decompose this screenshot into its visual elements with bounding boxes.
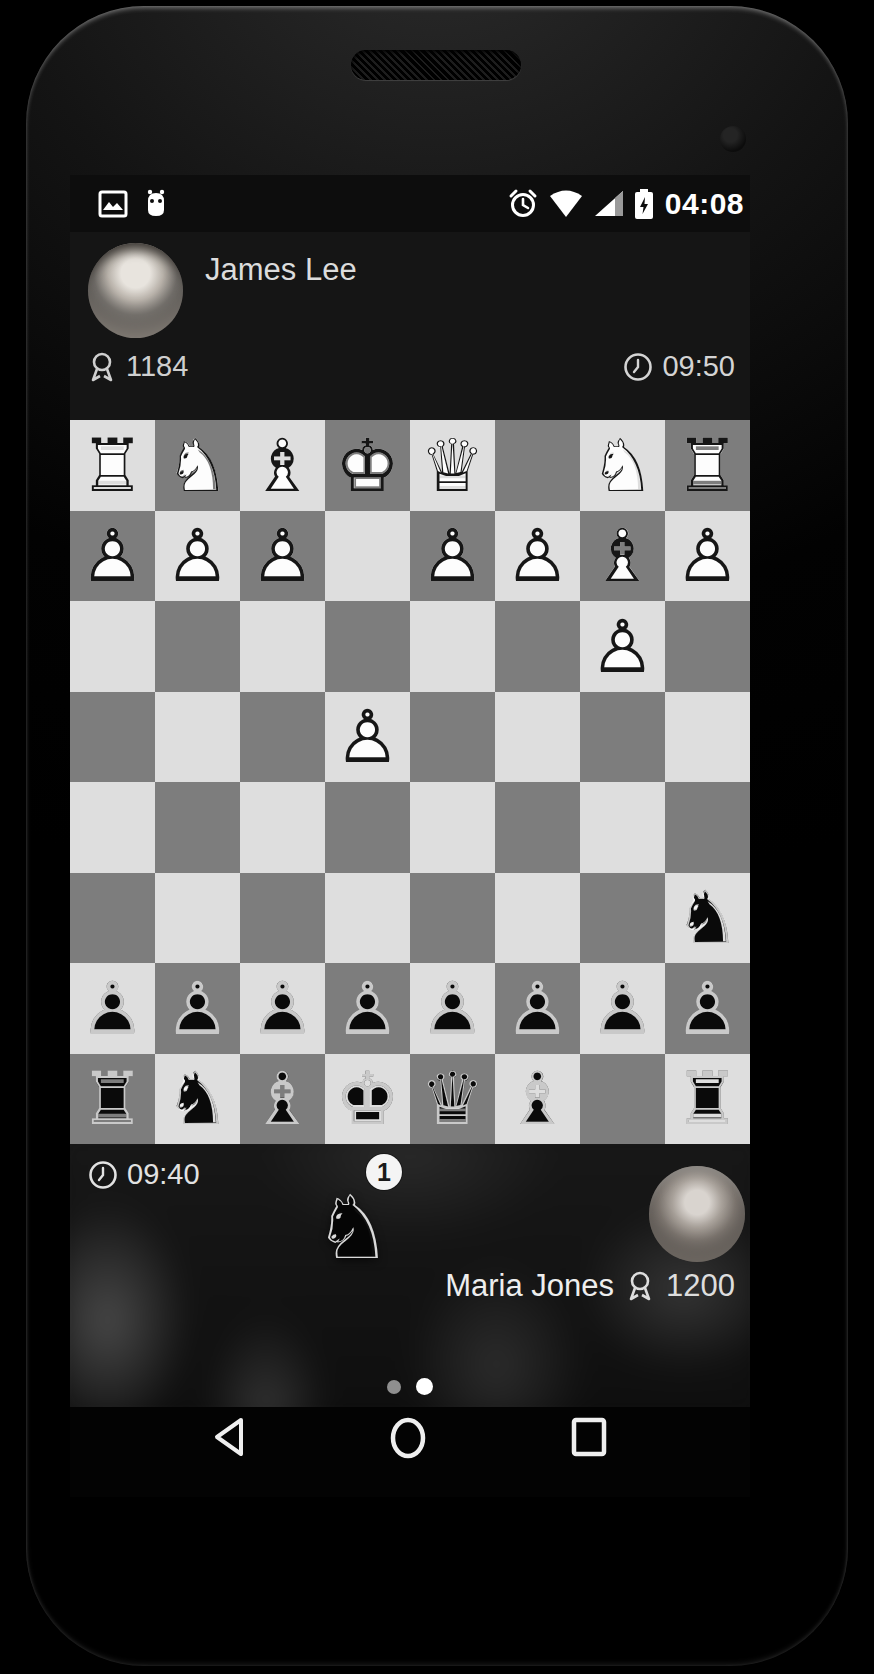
image-icon	[98, 189, 128, 219]
square-c1[interactable]	[495, 420, 580, 511]
black-knight: ♞♘	[155, 1054, 240, 1145]
bottom-player-rating: 1200	[666, 1268, 735, 1304]
recents-button[interactable]	[570, 1415, 608, 1459]
black-pawn: ♟♙	[495, 963, 580, 1054]
clock-icon	[88, 1160, 118, 1190]
black-bishop: ♝♗	[240, 1054, 325, 1145]
square-a4[interactable]	[665, 692, 750, 783]
page-indicator	[70, 1378, 750, 1395]
white-rook: ♜♖	[70, 420, 155, 511]
square-d2[interactable]: ♟♙	[410, 511, 495, 602]
black-pawn: ♟♙	[665, 963, 750, 1054]
square-h3[interactable]	[70, 601, 155, 692]
square-c2[interactable]: ♟♙	[495, 511, 580, 602]
square-e1[interactable]: ♚♔	[325, 420, 410, 511]
square-e4[interactable]: ♟♙	[325, 692, 410, 783]
back-button[interactable]	[212, 1415, 246, 1459]
status-bar: 04:08	[70, 175, 750, 232]
square-d6[interactable]	[410, 873, 495, 964]
square-h8[interactable]: ♜♖	[70, 1054, 155, 1145]
square-a1[interactable]: ♜♖	[665, 420, 750, 511]
square-h1[interactable]: ♜♖	[70, 420, 155, 511]
square-c7[interactable]: ♟♙	[495, 963, 580, 1054]
page-dot[interactable]	[416, 1378, 433, 1395]
square-h4[interactable]	[70, 692, 155, 783]
battery-charging-icon	[634, 188, 654, 220]
square-e6[interactable]	[325, 873, 410, 964]
earpiece-speaker	[351, 50, 521, 80]
white-pawn: ♟♙	[495, 511, 580, 602]
black-bishop: ♝♗	[495, 1054, 580, 1145]
wifi-icon	[548, 189, 584, 219]
top-player-bar: James Lee 1184 09:50	[70, 232, 750, 420]
square-g3[interactable]	[155, 601, 240, 692]
square-h6[interactable]	[70, 873, 155, 964]
android-nav-bar	[70, 1407, 750, 1497]
black-pawn: ♟♙	[325, 963, 410, 1054]
top-player-avatar[interactable]	[88, 243, 183, 338]
square-a7[interactable]: ♟♙	[665, 963, 750, 1054]
white-rook: ♜♖	[665, 420, 750, 511]
rating-medal-icon	[88, 351, 116, 383]
square-b1[interactable]: ♞♘	[580, 420, 665, 511]
status-time: 04:08	[665, 187, 744, 221]
top-player-name: James Lee	[205, 252, 357, 288]
square-a3[interactable]	[665, 601, 750, 692]
signal-icon	[593, 189, 625, 219]
square-c4[interactable]	[495, 692, 580, 783]
square-g6[interactable]	[155, 873, 240, 964]
square-b4[interactable]	[580, 692, 665, 783]
square-h2[interactable]: ♟♙	[70, 511, 155, 602]
android-icon	[140, 188, 172, 220]
white-pawn: ♟♙	[410, 511, 495, 602]
square-b5[interactable]	[580, 782, 665, 873]
square-c6[interactable]	[495, 873, 580, 964]
square-e8[interactable]: ♚♔	[325, 1054, 410, 1145]
square-f5[interactable]	[240, 782, 325, 873]
top-player-rating: 1184	[126, 350, 188, 383]
square-e7[interactable]: ♟♙	[325, 963, 410, 1054]
chess-board: ♜♖♞♘♝♗♚♔♛♕♞♘♜♖♟♙♟♙♟♙♟♙♟♙♝♗♟♙♟♙♟♙♞♘♟♙♟♙♟♙…	[70, 420, 750, 1144]
app-screen: 04:08 James Lee 1184 09:50 ♜♖♞♘♝♗♚♔♛♕♞♘♜…	[70, 175, 750, 1497]
square-c5[interactable]	[495, 782, 580, 873]
square-c3[interactable]	[495, 601, 580, 692]
page-dot[interactable]	[387, 1380, 401, 1394]
white-pawn: ♟♙	[325, 692, 410, 783]
square-f6[interactable]	[240, 873, 325, 964]
front-camera	[720, 126, 746, 152]
square-d8[interactable]: ♛♕	[410, 1054, 495, 1145]
square-e2[interactable]	[325, 511, 410, 602]
white-king: ♚♔	[325, 420, 410, 511]
square-g8[interactable]: ♞♘	[155, 1054, 240, 1145]
bottom-player-avatar[interactable]	[649, 1166, 745, 1262]
black-pawn: ♟♙	[410, 963, 495, 1054]
alarm-icon	[507, 188, 539, 220]
clock-icon	[623, 352, 653, 382]
square-g4[interactable]	[155, 692, 240, 783]
square-a5[interactable]	[665, 782, 750, 873]
square-d5[interactable]	[410, 782, 495, 873]
white-bishop: ♝♗	[240, 420, 325, 511]
square-b2[interactable]: ♝♗	[580, 511, 665, 602]
square-b7[interactable]: ♟♙	[580, 963, 665, 1054]
black-rook: ♜♖	[70, 1054, 155, 1145]
square-b3[interactable]: ♟♙	[580, 601, 665, 692]
black-pawn: ♟♙	[580, 963, 665, 1054]
rating-medal-icon	[626, 1270, 654, 1302]
white-knight: ♞♘	[155, 420, 240, 511]
white-pawn: ♟♙	[155, 511, 240, 602]
square-d1[interactable]: ♛♕	[410, 420, 495, 511]
square-f2[interactable]: ♟♙	[240, 511, 325, 602]
black-king: ♚♔	[325, 1054, 410, 1145]
square-h5[interactable]	[70, 782, 155, 873]
square-d4[interactable]	[410, 692, 495, 783]
square-a6[interactable]: ♞♘	[665, 873, 750, 964]
top-player-clock: 09:50	[662, 350, 735, 383]
square-f3[interactable]	[240, 601, 325, 692]
square-e5[interactable]	[325, 782, 410, 873]
white-queen: ♛♕	[410, 420, 495, 511]
square-d3[interactable]	[410, 601, 495, 692]
home-button[interactable]	[388, 1415, 428, 1461]
square-g7[interactable]: ♟♙	[155, 963, 240, 1054]
black-queen: ♛♕	[410, 1054, 495, 1145]
white-pawn: ♟♙	[240, 511, 325, 602]
square-g2[interactable]: ♟♙	[155, 511, 240, 602]
black-rook: ♜♖	[665, 1054, 750, 1145]
black-pawn: ♟♙	[155, 963, 240, 1054]
black-knight-figure: ♞ ♘	[298, 1178, 408, 1278]
square-a2[interactable]: ♟♙	[665, 511, 750, 602]
square-a8[interactable]: ♜♖	[665, 1054, 750, 1145]
square-e3[interactable]	[325, 601, 410, 692]
square-f4[interactable]	[240, 692, 325, 783]
black-knight: ♞♘	[665, 873, 750, 964]
square-f7[interactable]: ♟♙	[240, 963, 325, 1054]
black-pawn: ♟♙	[70, 963, 155, 1054]
square-b6[interactable]	[580, 873, 665, 964]
bottom-player-name: Maria Jones	[445, 1268, 614, 1304]
square-f8[interactable]: ♝♗	[240, 1054, 325, 1145]
white-bishop: ♝♗	[580, 511, 665, 602]
square-f1[interactable]: ♝♗	[240, 420, 325, 511]
black-pawn: ♟♙	[240, 963, 325, 1054]
white-pawn: ♟♙	[665, 511, 750, 602]
white-pawn: ♟♙	[70, 511, 155, 602]
white-pawn: ♟♙	[580, 601, 665, 692]
white-knight: ♞♘	[580, 420, 665, 511]
bottom-player-clock: 09:40	[127, 1158, 200, 1191]
square-b8[interactable]	[580, 1054, 665, 1145]
square-g5[interactable]	[155, 782, 240, 873]
square-d7[interactable]: ♟♙	[410, 963, 495, 1054]
bottom-player-bar: 09:40 1 ♞ ♘ Maria Jones 1200	[70, 1144, 750, 1407]
square-h7[interactable]: ♟♙	[70, 963, 155, 1054]
square-g1[interactable]: ♞♘	[155, 420, 240, 511]
square-c8[interactable]: ♝♗	[495, 1054, 580, 1145]
